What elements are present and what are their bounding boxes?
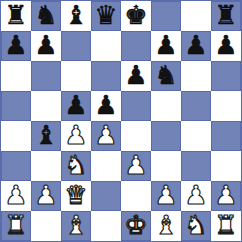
square-f3[interactable]	[151, 151, 181, 181]
square-e3[interactable]: ♟	[121, 151, 151, 181]
chess-board: ♜♞♝♛♚♜♟♟♟♟♟♟♞♟♟♝♟♟♞♟♟♟♛♟♟♟♜♝♚♝♞♜	[0, 0, 242, 242]
square-f4[interactable]	[151, 121, 181, 151]
white-knight[interactable]: ♞	[64, 151, 87, 180]
square-h1[interactable]: ♜	[211, 211, 241, 241]
square-e1[interactable]: ♚	[121, 211, 151, 241]
square-g6[interactable]	[181, 61, 211, 91]
square-c6[interactable]	[61, 61, 91, 91]
white-pawn[interactable]: ♟	[64, 121, 87, 150]
white-rook[interactable]: ♜	[214, 211, 237, 240]
square-h2[interactable]: ♟	[211, 181, 241, 211]
white-pawn[interactable]: ♟	[154, 181, 177, 210]
black-knight[interactable]: ♞	[154, 61, 177, 90]
black-king[interactable]: ♚	[124, 1, 147, 30]
white-knight[interactable]: ♞	[184, 211, 207, 240]
black-knight[interactable]: ♞	[34, 1, 57, 30]
black-bishop[interactable]: ♝	[34, 121, 57, 150]
black-bishop[interactable]: ♝	[64, 1, 87, 30]
black-pawn[interactable]: ♟	[64, 91, 87, 120]
square-c7[interactable]	[61, 31, 91, 61]
square-e4[interactable]	[121, 121, 151, 151]
square-g5[interactable]	[181, 91, 211, 121]
square-g8[interactable]	[181, 1, 211, 31]
square-e5[interactable]	[121, 91, 151, 121]
square-f1[interactable]: ♝	[151, 211, 181, 241]
square-a3[interactable]	[1, 151, 31, 181]
square-f2[interactable]: ♟	[151, 181, 181, 211]
square-e6[interactable]: ♟	[121, 61, 151, 91]
square-b7[interactable]: ♟	[31, 31, 61, 61]
square-h7[interactable]: ♟	[211, 31, 241, 61]
square-h3[interactable]	[211, 151, 241, 181]
square-b1[interactable]	[31, 211, 61, 241]
black-rook[interactable]: ♜	[214, 1, 237, 30]
white-queen[interactable]: ♛	[64, 181, 87, 210]
square-c1[interactable]: ♝	[61, 211, 91, 241]
square-b5[interactable]	[31, 91, 61, 121]
black-pawn[interactable]: ♟	[4, 31, 27, 60]
square-g3[interactable]	[181, 151, 211, 181]
square-c8[interactable]: ♝	[61, 1, 91, 31]
square-d5[interactable]: ♟	[91, 91, 121, 121]
square-a5[interactable]	[1, 91, 31, 121]
white-pawn[interactable]: ♟	[34, 181, 57, 210]
square-d2[interactable]	[91, 181, 121, 211]
black-pawn[interactable]: ♟	[124, 61, 147, 90]
square-b2[interactable]: ♟	[31, 181, 61, 211]
square-d1[interactable]	[91, 211, 121, 241]
square-g4[interactable]	[181, 121, 211, 151]
square-e2[interactable]	[121, 181, 151, 211]
square-d3[interactable]	[91, 151, 121, 181]
square-f5[interactable]	[151, 91, 181, 121]
white-king[interactable]: ♚	[124, 211, 147, 240]
square-a1[interactable]: ♜	[1, 211, 31, 241]
black-pawn[interactable]: ♟	[214, 31, 237, 60]
square-f6[interactable]: ♞	[151, 61, 181, 91]
white-pawn[interactable]: ♟	[124, 151, 147, 180]
square-a7[interactable]: ♟	[1, 31, 31, 61]
white-pawn[interactable]: ♟	[214, 181, 237, 210]
square-h4[interactable]	[211, 121, 241, 151]
square-c2[interactable]: ♛	[61, 181, 91, 211]
square-d4[interactable]: ♟	[91, 121, 121, 151]
white-pawn[interactable]: ♟	[4, 181, 27, 210]
black-pawn[interactable]: ♟	[184, 31, 207, 60]
white-rook[interactable]: ♜	[4, 211, 27, 240]
square-g2[interactable]: ♟	[181, 181, 211, 211]
square-c5[interactable]: ♟	[61, 91, 91, 121]
square-b6[interactable]	[31, 61, 61, 91]
square-g1[interactable]: ♞	[181, 211, 211, 241]
square-c4[interactable]: ♟	[61, 121, 91, 151]
black-pawn[interactable]: ♟	[154, 31, 177, 60]
square-e8[interactable]: ♚	[121, 1, 151, 31]
square-h5[interactable]	[211, 91, 241, 121]
square-d7[interactable]	[91, 31, 121, 61]
square-h8[interactable]: ♜	[211, 1, 241, 31]
square-d8[interactable]: ♛	[91, 1, 121, 31]
square-a6[interactable]	[1, 61, 31, 91]
square-g7[interactable]: ♟	[181, 31, 211, 61]
white-pawn[interactable]: ♟	[94, 121, 117, 150]
square-e7[interactable]	[121, 31, 151, 61]
square-a8[interactable]: ♜	[1, 1, 31, 31]
white-bishop[interactable]: ♝	[64, 211, 87, 240]
square-b8[interactable]: ♞	[31, 1, 61, 31]
square-a4[interactable]	[1, 121, 31, 151]
square-d6[interactable]	[91, 61, 121, 91]
square-h6[interactable]	[211, 61, 241, 91]
square-b4[interactable]: ♝	[31, 121, 61, 151]
square-f7[interactable]: ♟	[151, 31, 181, 61]
square-f8[interactable]	[151, 1, 181, 31]
square-a2[interactable]: ♟	[1, 181, 31, 211]
square-c3[interactable]: ♞	[61, 151, 91, 181]
black-queen[interactable]: ♛	[94, 1, 117, 30]
black-pawn[interactable]: ♟	[94, 91, 117, 120]
black-pawn[interactable]: ♟	[34, 31, 57, 60]
black-rook[interactable]: ♜	[4, 1, 27, 30]
white-pawn[interactable]: ♟	[184, 181, 207, 210]
white-bishop[interactable]: ♝	[154, 211, 177, 240]
square-b3[interactable]	[31, 151, 61, 181]
